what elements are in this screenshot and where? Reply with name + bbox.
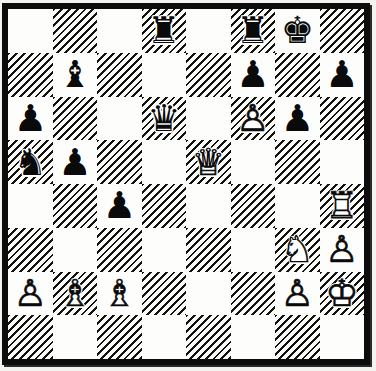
- square-b7: ♝: [53, 53, 98, 97]
- square-c3: [97, 228, 142, 272]
- square-a5: ♞: [8, 140, 53, 184]
- white-knight-g3: ♞♘: [281, 231, 314, 268]
- black-pawn-h7: ♟: [325, 56, 358, 93]
- square-f1: [231, 315, 276, 359]
- piece-outline-glyph: ♗: [103, 272, 136, 315]
- white-rook-h4: ♜♖: [325, 187, 358, 224]
- square-h1: [320, 315, 365, 359]
- square-a6: ♟: [8, 97, 53, 141]
- square-a8: [8, 9, 53, 53]
- square-f3: [231, 228, 276, 272]
- square-c5: [97, 140, 142, 184]
- square-f5: [231, 140, 276, 184]
- black-pawn-b5: ♟: [58, 144, 91, 181]
- square-c7: [97, 53, 142, 97]
- white-queen-e5: ♛♕: [192, 144, 225, 181]
- black-pawn-c4: ♟: [103, 187, 136, 224]
- square-b2: ♝♗: [53, 272, 98, 316]
- square-h3: ♟♙: [320, 228, 365, 272]
- square-h8: [320, 9, 365, 53]
- square-e1: [186, 315, 231, 359]
- black-rook-f8: ♜: [236, 12, 269, 49]
- square-g3: ♞♘: [275, 228, 320, 272]
- square-c6: [97, 97, 142, 141]
- square-f8: ♜: [231, 9, 276, 53]
- square-f4: [231, 184, 276, 228]
- square-e2: [186, 272, 231, 316]
- square-b4: [53, 184, 98, 228]
- square-e5: ♛♕: [186, 140, 231, 184]
- square-g7: [275, 53, 320, 97]
- square-b3: [53, 228, 98, 272]
- piece-outline-glyph: ♙: [236, 97, 269, 140]
- black-bishop-b7: ♝: [58, 56, 91, 93]
- square-c4: ♟: [97, 184, 142, 228]
- white-pawn-f6: ♟♙: [236, 100, 269, 137]
- piece-outline-glyph: ♙: [281, 272, 314, 315]
- square-d6: ♛: [142, 97, 187, 141]
- square-a2: ♟♙: [8, 272, 53, 316]
- square-d4: [142, 184, 187, 228]
- square-a4: [8, 184, 53, 228]
- piece-outline-glyph: ♘: [281, 228, 314, 271]
- square-g1: [275, 315, 320, 359]
- white-pawn-g2: ♟♙: [281, 275, 314, 312]
- chess-diagram-page: ♜♜♚♝♟♟♟♛♟♙♟♞♟♛♕♟♜♖♞♘♟♙♟♙♝♗♝♗♟♙♚♔: [0, 0, 376, 371]
- black-pawn-g6: ♟: [281, 100, 314, 137]
- square-c1: [97, 315, 142, 359]
- square-g5: [275, 140, 320, 184]
- board-frame: ♜♜♚♝♟♟♟♛♟♙♟♞♟♛♕♟♜♖♞♘♟♙♟♙♝♗♝♗♟♙♚♔: [2, 3, 370, 365]
- black-rook-d8: ♜: [147, 12, 180, 49]
- square-b5: ♟: [53, 140, 98, 184]
- square-a7: [8, 53, 53, 97]
- black-pawn-f7: ♟: [236, 56, 269, 93]
- black-knight-a5: ♞: [14, 144, 47, 181]
- square-b1: [53, 315, 98, 359]
- square-d1: [142, 315, 187, 359]
- square-b6: [53, 97, 98, 141]
- piece-outline-glyph: ♙: [14, 272, 47, 315]
- square-a3: [8, 228, 53, 272]
- square-e4: [186, 184, 231, 228]
- white-pawn-a2: ♟♙: [14, 275, 47, 312]
- square-e7: [186, 53, 231, 97]
- square-h2: ♚♔: [320, 272, 365, 316]
- white-pawn-h3: ♟♙: [325, 231, 358, 268]
- square-d3: [142, 228, 187, 272]
- square-e8: [186, 9, 231, 53]
- square-b8: [53, 9, 98, 53]
- piece-outline-glyph: ♔: [325, 272, 358, 315]
- square-h4: ♜♖: [320, 184, 365, 228]
- square-g6: ♟: [275, 97, 320, 141]
- piece-outline-glyph: ♖: [325, 184, 358, 227]
- piece-outline-glyph: ♗: [58, 272, 91, 315]
- black-king-g8: ♚: [281, 12, 314, 49]
- square-f2: [231, 272, 276, 316]
- black-queen-d6: ♛: [147, 100, 180, 137]
- square-h7: ♟: [320, 53, 365, 97]
- chess-board: ♜♜♚♝♟♟♟♛♟♙♟♞♟♛♕♟♜♖♞♘♟♙♟♙♝♗♝♗♟♙♚♔: [8, 9, 364, 359]
- square-e6: [186, 97, 231, 141]
- square-g2: ♟♙: [275, 272, 320, 316]
- square-c8: [97, 9, 142, 53]
- square-f6: ♟♙: [231, 97, 276, 141]
- square-d2: [142, 272, 187, 316]
- square-h5: [320, 140, 365, 184]
- white-bishop-c2: ♝♗: [103, 275, 136, 312]
- black-pawn-a6: ♟: [14, 100, 47, 137]
- white-king-h2: ♚♔: [325, 275, 358, 312]
- square-g4: [275, 184, 320, 228]
- square-d5: [142, 140, 187, 184]
- square-c2: ♝♗: [97, 272, 142, 316]
- square-d8: ♜: [142, 9, 187, 53]
- square-d7: [142, 53, 187, 97]
- piece-outline-glyph: ♕: [192, 141, 225, 184]
- square-g8: ♚: [275, 9, 320, 53]
- square-a1: [8, 315, 53, 359]
- piece-outline-glyph: ♙: [325, 228, 358, 271]
- square-e3: [186, 228, 231, 272]
- square-f7: ♟: [231, 53, 276, 97]
- white-bishop-b2: ♝♗: [58, 275, 91, 312]
- square-h6: [320, 97, 365, 141]
